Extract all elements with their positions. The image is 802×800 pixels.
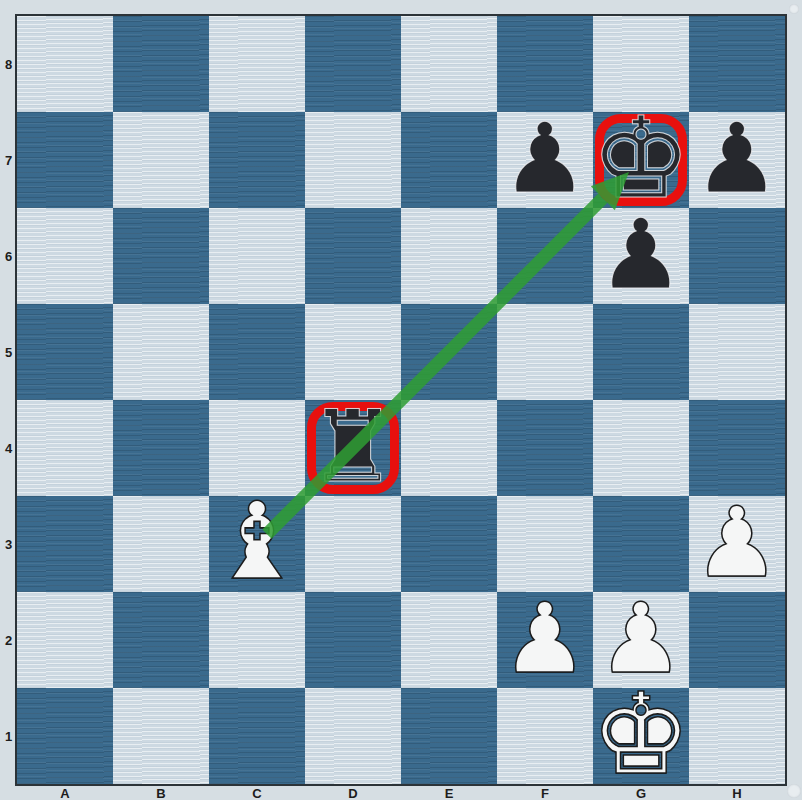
square-h8[interactable] [689, 16, 785, 112]
square-c7[interactable] [209, 112, 305, 208]
square-d8[interactable] [305, 16, 401, 112]
square-b5[interactable] [113, 304, 209, 400]
square-d2[interactable] [305, 592, 401, 688]
square-h7[interactable]: ♟ [689, 112, 785, 208]
square-b2[interactable] [113, 592, 209, 688]
square-c6[interactable] [209, 208, 305, 304]
black-pawn[interactable]: ♟ [598, 206, 685, 303]
square-b6[interactable] [113, 208, 209, 304]
square-e6[interactable] [401, 208, 497, 304]
square-b3[interactable] [113, 496, 209, 592]
black-rook[interactable]: ♜ [309, 397, 398, 496]
square-e5[interactable] [401, 304, 497, 400]
square-g3[interactable] [593, 496, 689, 592]
square-f3[interactable] [497, 496, 593, 592]
square-h1[interactable] [689, 688, 785, 784]
square-c5[interactable] [209, 304, 305, 400]
square-b8[interactable] [113, 16, 209, 112]
white-bishop[interactable]: ♝ [209, 489, 304, 595]
square-f8[interactable] [497, 16, 593, 112]
square-a4[interactable] [17, 400, 113, 496]
square-e2[interactable] [401, 592, 497, 688]
chess-board[interactable]: ♟♚♟♟♜♝♟♟♟♚ [17, 16, 785, 784]
square-b7[interactable] [113, 112, 209, 208]
square-f7[interactable]: ♟ [497, 112, 593, 208]
square-g6[interactable]: ♟ [593, 208, 689, 304]
square-h2[interactable] [689, 592, 785, 688]
white-pawn[interactable]: ♟ [502, 590, 589, 687]
rank-label-5: 5 [2, 345, 15, 360]
rank-label-4: 4 [2, 441, 15, 456]
square-h6[interactable] [689, 208, 785, 304]
square-d4[interactable]: ♜ [305, 400, 401, 496]
rank-label-3: 3 [2, 537, 15, 552]
white-pawn[interactable]: ♟ [694, 494, 781, 591]
square-e4[interactable] [401, 400, 497, 496]
file-label-a: A [17, 786, 113, 800]
square-b4[interactable] [113, 400, 209, 496]
square-f2[interactable]: ♟ [497, 592, 593, 688]
watermark-dot-top-right [789, 4, 799, 14]
rank-label-1: 1 [2, 729, 15, 744]
file-label-e: E [401, 786, 497, 800]
black-pawn[interactable]: ♟ [694, 110, 781, 207]
square-f5[interactable] [497, 304, 593, 400]
watermark-dot-bottom-right [787, 784, 801, 798]
rank-label-8: 8 [2, 57, 15, 72]
white-king[interactable]: ♚ [591, 678, 691, 790]
square-a5[interactable] [17, 304, 113, 400]
square-e1[interactable] [401, 688, 497, 784]
square-a6[interactable] [17, 208, 113, 304]
rank-label-2: 2 [2, 633, 15, 648]
square-c8[interactable] [209, 16, 305, 112]
square-d6[interactable] [305, 208, 401, 304]
square-e7[interactable] [401, 112, 497, 208]
square-f4[interactable] [497, 400, 593, 496]
square-d7[interactable] [305, 112, 401, 208]
square-f6[interactable] [497, 208, 593, 304]
file-label-d: D [305, 786, 401, 800]
square-c1[interactable] [209, 688, 305, 784]
square-h4[interactable] [689, 400, 785, 496]
square-f1[interactable] [497, 688, 593, 784]
square-e3[interactable] [401, 496, 497, 592]
square-a7[interactable] [17, 112, 113, 208]
file-label-h: H [689, 786, 785, 800]
file-label-b: B [113, 786, 209, 800]
square-h3[interactable]: ♟ [689, 496, 785, 592]
file-label-f: F [497, 786, 593, 800]
square-c2[interactable] [209, 592, 305, 688]
square-g5[interactable] [593, 304, 689, 400]
board-frame: ♟♚♟♟♜♝♟♟♟♚ [15, 14, 787, 786]
square-e8[interactable] [401, 16, 497, 112]
square-a2[interactable] [17, 592, 113, 688]
square-d3[interactable] [305, 496, 401, 592]
file-label-c: C [209, 786, 305, 800]
square-a8[interactable] [17, 16, 113, 112]
square-d1[interactable] [305, 688, 401, 784]
square-c3[interactable]: ♝ [209, 496, 305, 592]
square-g1[interactable]: ♚ [593, 688, 689, 784]
square-g4[interactable] [593, 400, 689, 496]
rank-label-6: 6 [2, 249, 15, 264]
square-a3[interactable] [17, 496, 113, 592]
square-b1[interactable] [113, 688, 209, 784]
rank-label-7: 7 [2, 153, 15, 168]
square-g7[interactable]: ♚ [593, 112, 689, 208]
square-h5[interactable] [689, 304, 785, 400]
square-d5[interactable] [305, 304, 401, 400]
black-pawn[interactable]: ♟ [502, 110, 589, 207]
chess-diagram: ♟♚♟♟♜♝♟♟♟♚ 87654321 ABCDEFGH [0, 0, 802, 800]
square-a1[interactable] [17, 688, 113, 784]
